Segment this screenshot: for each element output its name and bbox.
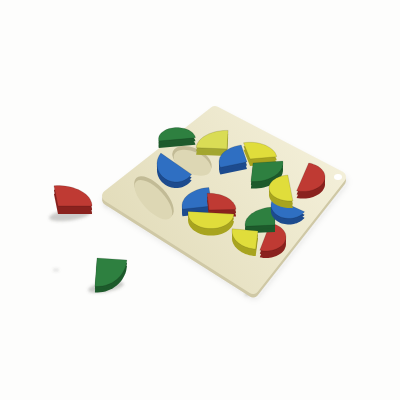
green-half-topleft[interactable] <box>159 128 196 149</box>
board-corner-chip <box>334 174 342 180</box>
photo-stage <box>0 0 400 400</box>
puzzle-photo <box>0 0 400 400</box>
